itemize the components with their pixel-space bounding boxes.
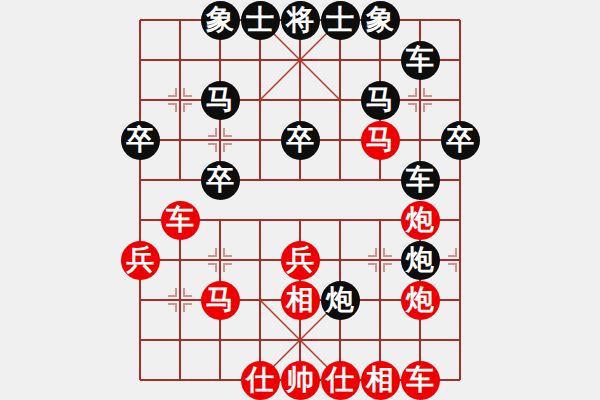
cell-r0c2[interactable]: 象 <box>200 0 240 40</box>
cell-r2c6[interactable]: 马 <box>360 80 400 120</box>
cell-r9c6[interactable]: 相 <box>360 360 400 400</box>
red-elephant[interactable]: 相 <box>281 281 320 320</box>
black-general[interactable]: 将 <box>281 1 320 40</box>
black-cannon[interactable]: 炮 <box>321 281 360 320</box>
cell-r3c2[interactable] <box>200 120 240 160</box>
cell-r6c4[interactable]: 兵 <box>280 240 320 280</box>
red-chariot[interactable]: 车 <box>161 201 200 240</box>
cell-r7c6[interactable] <box>360 280 400 320</box>
cell-r9c4[interactable]: 帅 <box>280 360 320 400</box>
cell-r6c8[interactable] <box>440 240 480 280</box>
cell-r2c2[interactable]: 马 <box>200 80 240 120</box>
cell-r0c8[interactable] <box>440 0 480 40</box>
red-horse[interactable]: 马 <box>201 281 240 320</box>
black-soldier[interactable]: 卒 <box>201 161 240 200</box>
black-horse[interactable]: 马 <box>201 81 240 120</box>
cell-r8c7[interactable] <box>400 320 440 360</box>
cell-r7c7[interactable]: 炮 <box>400 280 440 320</box>
cell-r6c5[interactable] <box>320 240 360 280</box>
cell-r5c1[interactable]: 车 <box>160 200 200 240</box>
red-advisor[interactable]: 仕 <box>321 361 360 400</box>
cell-r3c4[interactable]: 卒 <box>280 120 320 160</box>
black-advisor[interactable]: 士 <box>241 1 280 40</box>
cell-r5c6[interactable] <box>360 200 400 240</box>
cell-r3c1[interactable] <box>160 120 200 160</box>
black-chariot[interactable]: 车 <box>401 41 440 80</box>
cell-r8c6[interactable] <box>360 320 400 360</box>
cell-r7c2[interactable]: 马 <box>200 280 240 320</box>
cell-r6c3[interactable] <box>240 240 280 280</box>
cell-r6c6[interactable] <box>360 240 400 280</box>
cell-r4c3[interactable] <box>240 160 280 200</box>
cell-r8c2[interactable] <box>200 320 240 360</box>
cell-r0c4[interactable]: 将 <box>280 0 320 40</box>
cell-r4c1[interactable] <box>160 160 200 200</box>
cell-r6c2[interactable] <box>200 240 240 280</box>
red-soldier[interactable]: 兵 <box>121 241 160 280</box>
cell-r2c8[interactable] <box>440 80 480 120</box>
cell-r9c8[interactable] <box>440 360 480 400</box>
cell-r9c3[interactable]: 仕 <box>240 360 280 400</box>
red-cannon[interactable]: 炮 <box>401 281 440 320</box>
cell-r5c8[interactable] <box>440 200 480 240</box>
cell-r2c1[interactable] <box>160 80 200 120</box>
cell-r7c5[interactable]: 炮 <box>320 280 360 320</box>
black-soldier[interactable]: 卒 <box>121 121 160 160</box>
cell-r4c4[interactable] <box>280 160 320 200</box>
cell-r7c4[interactable]: 相 <box>280 280 320 320</box>
red-general[interactable]: 帅 <box>281 361 320 400</box>
cell-r8c5[interactable] <box>320 320 360 360</box>
cell-r3c7[interactable] <box>400 120 440 160</box>
cell-r1c0[interactable] <box>120 40 160 80</box>
cell-r6c0[interactable]: 兵 <box>120 240 160 280</box>
cell-r0c6[interactable]: 象 <box>360 0 400 40</box>
board-grid: 象士将士象车马马卒卒马卒卒车车炮兵兵炮马相炮炮仕帅仕相车 <box>120 0 480 400</box>
red-elephant[interactable]: 相 <box>361 361 400 400</box>
black-advisor[interactable]: 士 <box>321 1 360 40</box>
cell-r2c4[interactable] <box>280 80 320 120</box>
black-elephant[interactable]: 象 <box>201 1 240 40</box>
cell-r1c6[interactable] <box>360 40 400 80</box>
cell-r0c3[interactable]: 士 <box>240 0 280 40</box>
cell-r3c6[interactable]: 马 <box>360 120 400 160</box>
cell-r9c5[interactable]: 仕 <box>320 360 360 400</box>
cell-r3c3[interactable] <box>240 120 280 160</box>
red-soldier[interactable]: 兵 <box>281 241 320 280</box>
black-cannon[interactable]: 炮 <box>401 241 440 280</box>
black-chariot[interactable]: 车 <box>401 161 440 200</box>
cell-r4c8[interactable] <box>440 160 480 200</box>
red-cannon[interactable]: 炮 <box>401 201 440 240</box>
black-elephant[interactable]: 象 <box>361 1 400 40</box>
cell-r9c7[interactable]: 车 <box>400 360 440 400</box>
cell-r0c5[interactable]: 士 <box>320 0 360 40</box>
cell-r1c4[interactable] <box>280 40 320 80</box>
cell-r7c0[interactable] <box>120 280 160 320</box>
cell-r0c1[interactable] <box>160 0 200 40</box>
cell-r1c3[interactable] <box>240 40 280 80</box>
cell-r4c6[interactable] <box>360 160 400 200</box>
cell-r5c4[interactable] <box>280 200 320 240</box>
cell-r2c5[interactable] <box>320 80 360 120</box>
black-soldier[interactable]: 卒 <box>441 121 480 160</box>
cell-r6c7[interactable]: 炮 <box>400 240 440 280</box>
cell-r7c3[interactable] <box>240 280 280 320</box>
cell-r4c7[interactable]: 车 <box>400 160 440 200</box>
cell-r3c8[interactable]: 卒 <box>440 120 480 160</box>
black-soldier[interactable]: 卒 <box>281 121 320 160</box>
cell-r7c1[interactable] <box>160 280 200 320</box>
cell-r3c5[interactable] <box>320 120 360 160</box>
cell-r8c8[interactable] <box>440 320 480 360</box>
cell-r1c7[interactable]: 车 <box>400 40 440 80</box>
red-chariot[interactable]: 车 <box>401 361 440 400</box>
cell-r2c0[interactable] <box>120 80 160 120</box>
cell-r8c4[interactable] <box>280 320 320 360</box>
cell-r5c7[interactable]: 炮 <box>400 200 440 240</box>
red-horse[interactable]: 马 <box>361 121 400 160</box>
cell-r7c8[interactable] <box>440 280 480 320</box>
cell-r5c3[interactable] <box>240 200 280 240</box>
cell-r4c5[interactable] <box>320 160 360 200</box>
cell-r9c2[interactable] <box>200 360 240 400</box>
cell-r4c0[interactable] <box>120 160 160 200</box>
cell-r2c7[interactable] <box>400 80 440 120</box>
cell-r8c3[interactable] <box>240 320 280 360</box>
cell-r1c8[interactable] <box>440 40 480 80</box>
cell-r2c3[interactable] <box>240 80 280 120</box>
red-advisor[interactable]: 仕 <box>241 361 280 400</box>
cell-r6c1[interactable] <box>160 240 200 280</box>
cell-r4c2[interactable]: 卒 <box>200 160 240 200</box>
cell-r1c1[interactable] <box>160 40 200 80</box>
cell-r8c0[interactable] <box>120 320 160 360</box>
black-horse[interactable]: 马 <box>361 81 400 120</box>
cell-r5c2[interactable] <box>200 200 240 240</box>
cell-r9c1[interactable] <box>160 360 200 400</box>
cell-r3c0[interactable]: 卒 <box>120 120 160 160</box>
cell-r0c0[interactable] <box>120 0 160 40</box>
cell-r8c1[interactable] <box>160 320 200 360</box>
cell-r0c7[interactable] <box>400 0 440 40</box>
cell-r5c5[interactable] <box>320 200 360 240</box>
cell-r9c0[interactable] <box>120 360 160 400</box>
cell-r1c2[interactable] <box>200 40 240 80</box>
cell-r5c0[interactable] <box>120 200 160 240</box>
xiangqi-board: 象士将士象车马马卒卒马卒卒车车炮兵兵炮马相炮炮仕帅仕相车 <box>0 0 600 400</box>
cell-r1c5[interactable] <box>320 40 360 80</box>
